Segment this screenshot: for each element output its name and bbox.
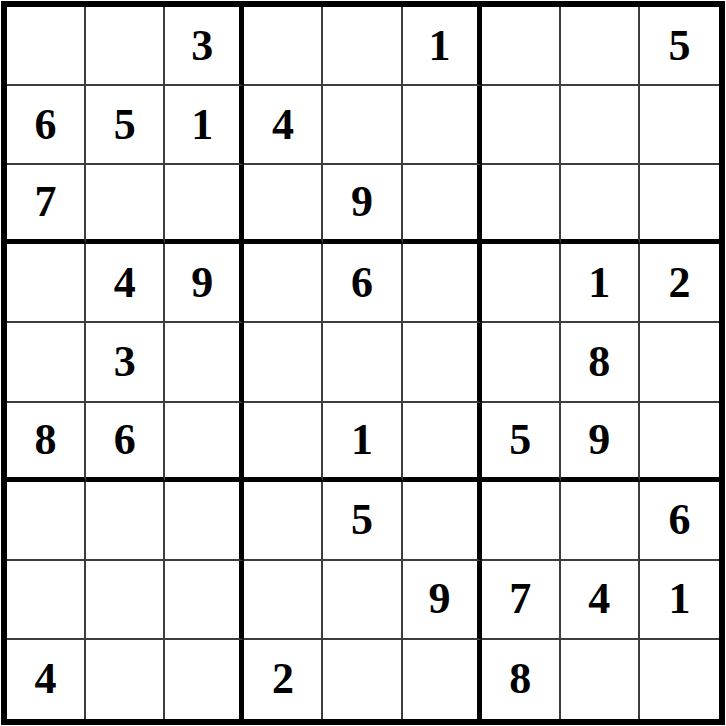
cell-r9c4[interactable]: 2 xyxy=(244,640,323,719)
cell-r8c2[interactable] xyxy=(86,561,165,640)
cell-r1c6[interactable]: 1 xyxy=(403,7,482,86)
cell-r5c2[interactable]: 3 xyxy=(86,323,165,402)
cell-r7c8[interactable] xyxy=(561,482,640,561)
cell-r8c4[interactable] xyxy=(244,561,323,640)
cell-r9c8[interactable] xyxy=(561,640,640,719)
cell-r3c5[interactable]: 9 xyxy=(323,165,402,244)
cell-r5c5[interactable] xyxy=(323,323,402,402)
cell-r2c3[interactable]: 1 xyxy=(165,86,244,165)
cell-r4c9[interactable]: 2 xyxy=(640,244,719,323)
cell-r9c2[interactable] xyxy=(86,640,165,719)
cell-r6c9[interactable] xyxy=(640,403,719,482)
cell-r2c4[interactable]: 4 xyxy=(244,86,323,165)
cell-r6c7[interactable]: 5 xyxy=(482,403,561,482)
cell-r5c9[interactable] xyxy=(640,323,719,402)
cell-r7c5[interactable]: 5 xyxy=(323,482,402,561)
cell-r7c1[interactable] xyxy=(7,482,86,561)
cell-r8c8[interactable]: 4 xyxy=(561,561,640,640)
cell-r6c1[interactable]: 8 xyxy=(7,403,86,482)
cell-r3c9[interactable] xyxy=(640,165,719,244)
cell-r6c5[interactable]: 1 xyxy=(323,403,402,482)
cell-r1c9[interactable]: 5 xyxy=(640,7,719,86)
cell-r5c7[interactable] xyxy=(482,323,561,402)
sudoku-page: 315651479496123886159569741428 xyxy=(0,0,726,726)
cell-r4c3[interactable]: 9 xyxy=(165,244,244,323)
cell-r3c4[interactable] xyxy=(244,165,323,244)
cell-r6c2[interactable]: 6 xyxy=(86,403,165,482)
cell-r2c9[interactable] xyxy=(640,86,719,165)
cell-r7c4[interactable] xyxy=(244,482,323,561)
cell-r7c6[interactable] xyxy=(403,482,482,561)
cell-r9c3[interactable] xyxy=(165,640,244,719)
cell-r8c6[interactable]: 9 xyxy=(403,561,482,640)
cell-r3c2[interactable] xyxy=(86,165,165,244)
cell-r1c3[interactable]: 3 xyxy=(165,7,244,86)
cell-r9c1[interactable]: 4 xyxy=(7,640,86,719)
cell-r7c3[interactable] xyxy=(165,482,244,561)
cell-r9c6[interactable] xyxy=(403,640,482,719)
cell-r8c5[interactable] xyxy=(323,561,402,640)
cell-r2c1[interactable]: 6 xyxy=(7,86,86,165)
cell-r5c6[interactable] xyxy=(403,323,482,402)
cell-r4c1[interactable] xyxy=(7,244,86,323)
cell-r1c1[interactable] xyxy=(7,7,86,86)
cell-r2c7[interactable] xyxy=(482,86,561,165)
cell-r6c4[interactable] xyxy=(244,403,323,482)
cell-r7c9[interactable]: 6 xyxy=(640,482,719,561)
cell-r8c9[interactable]: 1 xyxy=(640,561,719,640)
cell-r9c5[interactable] xyxy=(323,640,402,719)
cell-r5c4[interactable] xyxy=(244,323,323,402)
cell-r2c2[interactable]: 5 xyxy=(86,86,165,165)
cell-r1c4[interactable] xyxy=(244,7,323,86)
cell-r3c8[interactable] xyxy=(561,165,640,244)
sudoku-board: 315651479496123886159569741428 xyxy=(1,1,725,725)
cell-r4c6[interactable] xyxy=(403,244,482,323)
cell-r9c7[interactable]: 8 xyxy=(482,640,561,719)
cell-r6c6[interactable] xyxy=(403,403,482,482)
cell-r4c8[interactable]: 1 xyxy=(561,244,640,323)
cell-r4c4[interactable] xyxy=(244,244,323,323)
cell-r6c3[interactable] xyxy=(165,403,244,482)
cell-r6c8[interactable]: 9 xyxy=(561,403,640,482)
cell-r2c5[interactable] xyxy=(323,86,402,165)
cell-r4c5[interactable]: 6 xyxy=(323,244,402,323)
cell-r1c7[interactable] xyxy=(482,7,561,86)
cell-r4c7[interactable] xyxy=(482,244,561,323)
cell-r7c2[interactable] xyxy=(86,482,165,561)
cell-r8c7[interactable]: 7 xyxy=(482,561,561,640)
cell-r5c1[interactable] xyxy=(7,323,86,402)
cell-r1c8[interactable] xyxy=(561,7,640,86)
cell-r1c5[interactable] xyxy=(323,7,402,86)
cell-r3c3[interactable] xyxy=(165,165,244,244)
cell-r5c8[interactable]: 8 xyxy=(561,323,640,402)
cell-r8c3[interactable] xyxy=(165,561,244,640)
cell-r3c6[interactable] xyxy=(403,165,482,244)
cell-r9c9[interactable] xyxy=(640,640,719,719)
cell-r1c2[interactable] xyxy=(86,7,165,86)
cell-r3c7[interactable] xyxy=(482,165,561,244)
cell-r7c7[interactable] xyxy=(482,482,561,561)
cell-r5c3[interactable] xyxy=(165,323,244,402)
cell-r2c8[interactable] xyxy=(561,86,640,165)
cell-r2c6[interactable] xyxy=(403,86,482,165)
cell-r4c2[interactable]: 4 xyxy=(86,244,165,323)
cell-r3c1[interactable]: 7 xyxy=(7,165,86,244)
cell-r8c1[interactable] xyxy=(7,561,86,640)
